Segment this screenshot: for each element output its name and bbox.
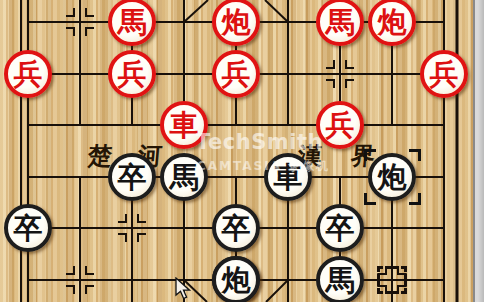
piece-black-soldier[interactable]: 卒	[316, 204, 364, 252]
piece-red-soldier[interactable]: 兵	[212, 50, 260, 98]
window-edge	[473, 0, 484, 302]
point-marker	[326, 60, 354, 88]
piece-red-horse[interactable]: 馬	[316, 0, 364, 46]
watermark-camtasia: CAMTASIA 录像机	[197, 158, 330, 175]
piece-black-soldier[interactable]: 卒	[108, 153, 156, 201]
piece-black-soldier[interactable]: 卒	[212, 204, 260, 252]
piece-black-cannon[interactable]: 炮	[212, 256, 260, 302]
xiangqi-screenshot: 楚河漢界馬炮馬炮兵兵兵兵車兵卒馬車炮卒卒卒卒炮馬 TechSmith CAMTA…	[0, 0, 484, 302]
point-marker	[66, 8, 94, 36]
piece-red-soldier[interactable]: 兵	[4, 50, 52, 98]
piece-red-soldier[interactable]: 兵	[420, 50, 468, 98]
point-marker	[66, 266, 94, 294]
piece-red-soldier[interactable]: 兵	[316, 101, 364, 149]
piece-red-horse[interactable]: 馬	[108, 0, 156, 46]
mouse-cursor-icon	[175, 277, 197, 302]
piece-black-horse[interactable]: 馬	[316, 256, 364, 302]
piece-red-cannon[interactable]: 炮	[368, 0, 416, 46]
watermark-techsmith: TechSmith	[196, 130, 323, 154]
piece-red-soldier[interactable]: 兵	[108, 50, 156, 98]
piece-black-cannon[interactable]: 炮	[368, 153, 416, 201]
point-marker	[118, 214, 146, 242]
piece-red-cannon[interactable]: 炮	[212, 0, 260, 46]
piece-black-soldier[interactable]: 卒	[4, 204, 52, 252]
last-move-origin-marker	[377, 266, 407, 294]
